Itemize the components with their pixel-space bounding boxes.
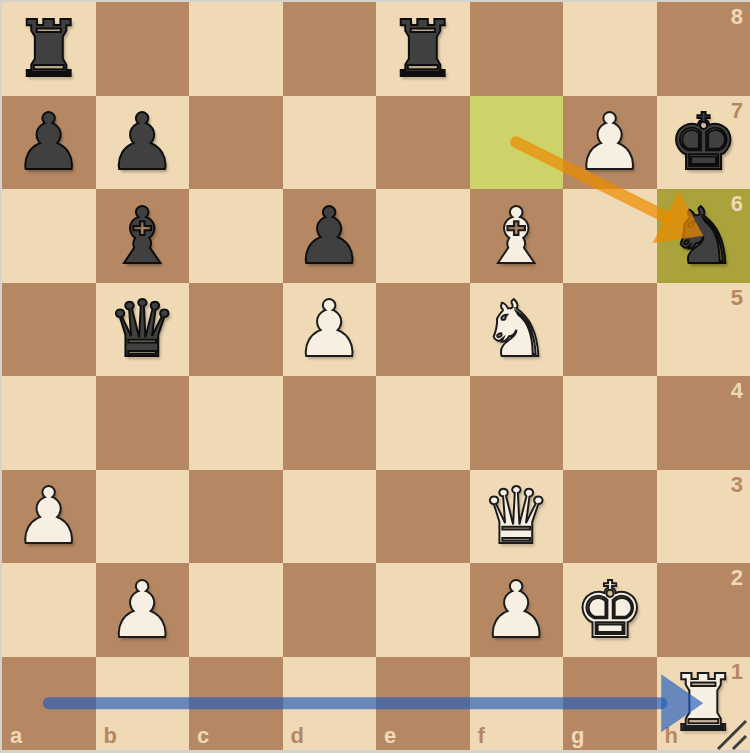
square-g7[interactable]: ♟ bbox=[563, 96, 657, 190]
square-a4[interactable] bbox=[2, 376, 96, 470]
square-a7[interactable]: ♟ bbox=[2, 96, 96, 190]
square-b1[interactable]: b bbox=[96, 657, 190, 751]
square-b3[interactable] bbox=[96, 470, 190, 564]
square-a6[interactable] bbox=[2, 189, 96, 283]
white-pawn[interactable]: ♟ bbox=[283, 283, 377, 377]
square-b8[interactable] bbox=[96, 2, 190, 96]
square-a8[interactable]: ♜ bbox=[2, 2, 96, 96]
square-d8[interactable] bbox=[283, 2, 377, 96]
square-b6[interactable]: ♝ bbox=[96, 189, 190, 283]
white-bishop[interactable]: ♝ bbox=[470, 189, 564, 283]
square-h8[interactable]: 8 bbox=[657, 2, 750, 96]
square-g6[interactable] bbox=[563, 189, 657, 283]
square-h3[interactable]: 3 bbox=[657, 470, 750, 564]
square-e7[interactable] bbox=[376, 96, 470, 190]
file-label-e: e bbox=[384, 723, 396, 749]
square-c8[interactable] bbox=[189, 2, 283, 96]
rank-label-5: 5 bbox=[731, 285, 743, 311]
square-e6[interactable] bbox=[376, 189, 470, 283]
black-king[interactable]: ♚ bbox=[657, 96, 750, 190]
file-label-f: f bbox=[478, 723, 485, 749]
black-rook[interactable]: ♜ bbox=[2, 2, 96, 96]
white-pawn[interactable]: ♟ bbox=[470, 563, 564, 657]
file-label-b: b bbox=[104, 723, 117, 749]
black-rook[interactable]: ♜ bbox=[376, 2, 470, 96]
black-knight[interactable]: ♞ bbox=[657, 189, 750, 283]
chess-board-frame: ♜♜8♟♟♟♚7♝♟♝♞6♛♟♞54♟♛3♟♟♚2abcdefg♜h1 bbox=[0, 0, 750, 753]
square-f6[interactable]: ♝ bbox=[470, 189, 564, 283]
square-e5[interactable] bbox=[376, 283, 470, 377]
white-pawn[interactable]: ♟ bbox=[563, 96, 657, 190]
square-h2[interactable]: 2 bbox=[657, 563, 750, 657]
rank-label-8: 8 bbox=[731, 4, 743, 30]
black-queen[interactable]: ♛ bbox=[96, 283, 190, 377]
square-f5[interactable]: ♞ bbox=[470, 283, 564, 377]
square-c3[interactable] bbox=[189, 470, 283, 564]
square-b2[interactable]: ♟ bbox=[96, 563, 190, 657]
square-f1[interactable]: f bbox=[470, 657, 564, 751]
square-f3[interactable]: ♛ bbox=[470, 470, 564, 564]
square-e1[interactable]: e bbox=[376, 657, 470, 751]
white-king[interactable]: ♚ bbox=[563, 563, 657, 657]
file-label-c: c bbox=[197, 723, 209, 749]
black-pawn[interactable]: ♟ bbox=[2, 96, 96, 190]
white-knight[interactable]: ♞ bbox=[470, 283, 564, 377]
square-c5[interactable] bbox=[189, 283, 283, 377]
square-h6[interactable]: ♞6 bbox=[657, 189, 750, 283]
square-g2[interactable]: ♚ bbox=[563, 563, 657, 657]
square-d3[interactable] bbox=[283, 470, 377, 564]
black-pawn[interactable]: ♟ bbox=[96, 96, 190, 190]
square-b4[interactable] bbox=[96, 376, 190, 470]
square-e8[interactable]: ♜ bbox=[376, 2, 470, 96]
square-a2[interactable] bbox=[2, 563, 96, 657]
square-d6[interactable]: ♟ bbox=[283, 189, 377, 283]
square-g5[interactable] bbox=[563, 283, 657, 377]
square-h1[interactable]: ♜h1 bbox=[657, 657, 750, 751]
square-g4[interactable] bbox=[563, 376, 657, 470]
square-d2[interactable] bbox=[283, 563, 377, 657]
square-f7[interactable] bbox=[470, 96, 564, 190]
square-a3[interactable]: ♟ bbox=[2, 470, 96, 564]
white-queen[interactable]: ♛ bbox=[470, 470, 564, 564]
file-label-g: g bbox=[571, 723, 584, 749]
rank-label-3: 3 bbox=[731, 472, 743, 498]
square-c4[interactable] bbox=[189, 376, 283, 470]
square-c6[interactable] bbox=[189, 189, 283, 283]
square-a1[interactable]: a bbox=[2, 657, 96, 751]
white-rook[interactable]: ♜ bbox=[657, 657, 750, 751]
square-f8[interactable] bbox=[470, 2, 564, 96]
chess-board: ♜♜8♟♟♟♚7♝♟♝♞6♛♟♞54♟♛3♟♟♚2abcdefg♜h1 bbox=[2, 2, 750, 750]
square-d1[interactable]: d bbox=[283, 657, 377, 751]
square-e3[interactable] bbox=[376, 470, 470, 564]
black-pawn[interactable]: ♟ bbox=[283, 189, 377, 283]
square-g3[interactable] bbox=[563, 470, 657, 564]
square-d4[interactable] bbox=[283, 376, 377, 470]
square-h4[interactable]: 4 bbox=[657, 376, 750, 470]
rank-label-4: 4 bbox=[731, 378, 743, 404]
black-bishop[interactable]: ♝ bbox=[96, 189, 190, 283]
square-c2[interactable] bbox=[189, 563, 283, 657]
white-pawn[interactable]: ♟ bbox=[96, 563, 190, 657]
square-g8[interactable] bbox=[563, 2, 657, 96]
square-d7[interactable] bbox=[283, 96, 377, 190]
square-c1[interactable]: c bbox=[189, 657, 283, 751]
rank-label-2: 2 bbox=[731, 565, 743, 591]
square-b5[interactable]: ♛ bbox=[96, 283, 190, 377]
square-a5[interactable] bbox=[2, 283, 96, 377]
square-f4[interactable] bbox=[470, 376, 564, 470]
square-h5[interactable]: 5 bbox=[657, 283, 750, 377]
square-c7[interactable] bbox=[189, 96, 283, 190]
square-g1[interactable]: g bbox=[563, 657, 657, 751]
square-b7[interactable]: ♟ bbox=[96, 96, 190, 190]
square-d5[interactable]: ♟ bbox=[283, 283, 377, 377]
white-pawn[interactable]: ♟ bbox=[2, 470, 96, 564]
file-label-a: a bbox=[10, 723, 22, 749]
square-e4[interactable] bbox=[376, 376, 470, 470]
file-label-d: d bbox=[291, 723, 304, 749]
square-e2[interactable] bbox=[376, 563, 470, 657]
square-f2[interactable]: ♟ bbox=[470, 563, 564, 657]
square-h7[interactable]: ♚7 bbox=[657, 96, 750, 190]
